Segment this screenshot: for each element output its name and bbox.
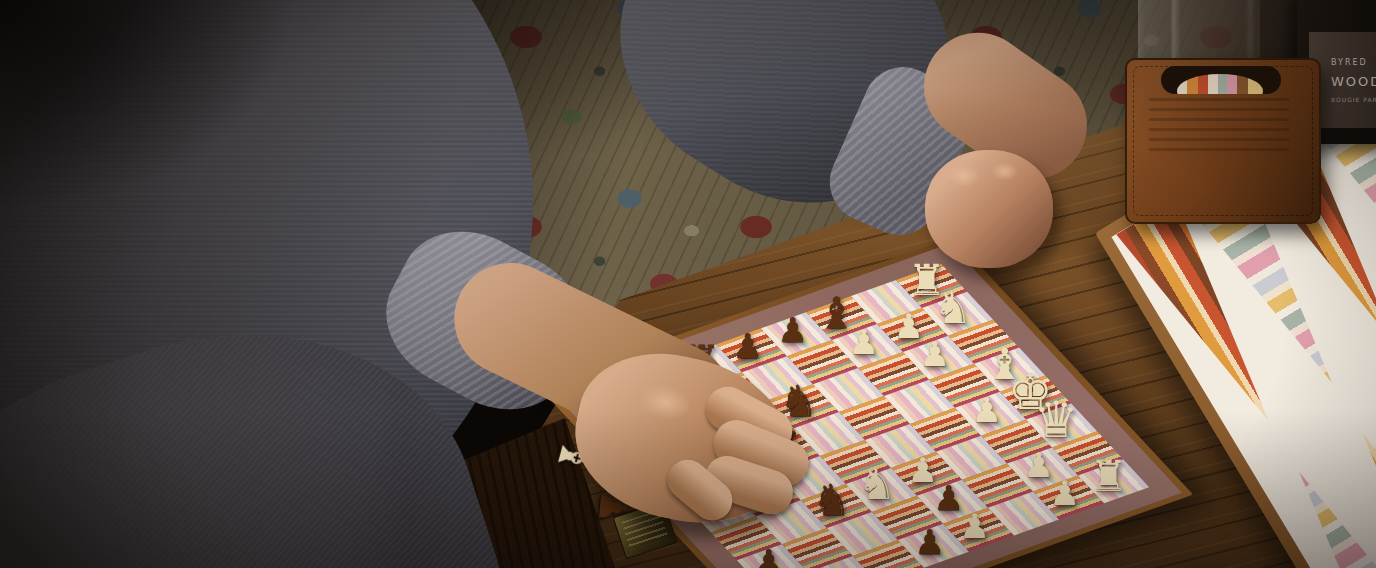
dark-pawn[interactable]: ♟: [778, 313, 808, 347]
candle-subtitle-text: BOUGIE PARFU: [1331, 96, 1376, 103]
square-h1[interactable]: ♜: [1078, 459, 1149, 503]
decanter-leather-case: [1125, 58, 1321, 224]
candle-name-text: WOOD: [1331, 74, 1376, 89]
dark-pawn[interactable]: ♟: [753, 545, 783, 568]
cream-knight[interactable]: ♞: [934, 287, 973, 330]
cream-pawn[interactable]: ♟: [1050, 476, 1080, 510]
candle-brand-text: BYRED: [1331, 58, 1376, 67]
cream-pawn[interactable]: ♟: [972, 393, 1002, 427]
cream-queen[interactable]: ♛: [1034, 395, 1079, 445]
cream-pawn[interactable]: ♟: [920, 337, 950, 371]
striped-coaster: [1177, 74, 1263, 94]
leather-handle-cutout: [1161, 66, 1281, 94]
dark-pawn[interactable]: ♟: [733, 329, 763, 363]
scene: ♜♟♟♝♜♟♟♞♟♞♟♛♝♚♟♚♞♞♟♛♟♟♟♟♟♟♜ BYRED WOOD B…: [0, 0, 1376, 568]
dark-pawn[interactable]: ♟: [915, 525, 945, 559]
player-fist: [925, 150, 1053, 268]
cream-pawn[interactable]: ♟: [849, 325, 879, 359]
cream-rook[interactable]: ♜: [1090, 455, 1129, 498]
dark-knight[interactable]: ♞: [812, 479, 851, 522]
cream-pawn[interactable]: ♟: [960, 509, 990, 543]
cream-knight[interactable]: ♞: [857, 463, 896, 506]
